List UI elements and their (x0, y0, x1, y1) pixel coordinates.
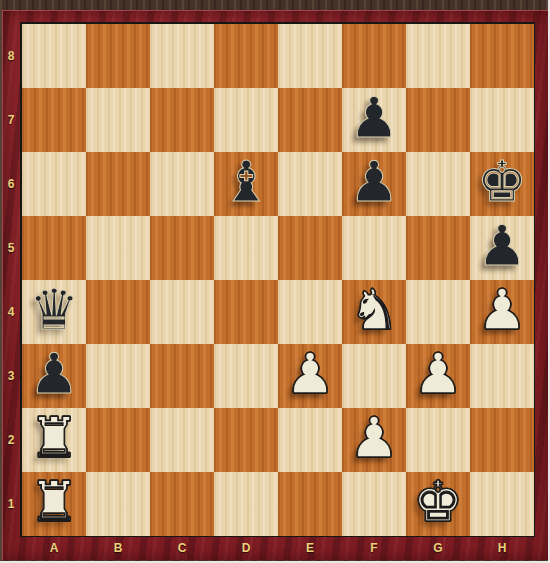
square-c3[interactable] (150, 344, 214, 408)
square-f4[interactable]: ♞ (342, 280, 406, 344)
square-c8[interactable] (150, 24, 214, 88)
square-c2[interactable] (150, 408, 214, 472)
square-g3[interactable]: ♟ (406, 344, 470, 408)
piece-white-pawn[interactable]: ♟ (285, 346, 335, 402)
square-h8[interactable] (470, 24, 534, 88)
piece-white-pawn[interactable]: ♟ (477, 282, 527, 338)
square-h7[interactable] (470, 88, 534, 152)
piece-white-pawn[interactable]: ♟ (413, 346, 463, 402)
square-f3[interactable] (342, 344, 406, 408)
piece-black-pawn[interactable]: ♟ (477, 218, 527, 274)
square-b6[interactable] (86, 152, 150, 216)
square-h1[interactable] (470, 472, 534, 536)
square-b7[interactable] (86, 88, 150, 152)
square-a6[interactable] (22, 152, 86, 216)
square-b4[interactable] (86, 280, 150, 344)
square-e4[interactable] (278, 280, 342, 344)
piece-black-queen[interactable]: ♛ (29, 282, 79, 338)
rank-label-3: 3 (2, 344, 20, 408)
square-g4[interactable] (406, 280, 470, 344)
piece-black-king[interactable]: ♚ (477, 154, 527, 210)
square-h5[interactable]: ♟ (470, 216, 534, 280)
square-a3[interactable]: ♟ (22, 344, 86, 408)
square-b5[interactable] (86, 216, 150, 280)
piece-white-rook[interactable]: ♜ (29, 410, 79, 466)
square-a5[interactable] (22, 216, 86, 280)
file-labels: ABCDEFGH (22, 538, 534, 558)
square-h6[interactable]: ♚ (470, 152, 534, 216)
square-d5[interactable] (214, 216, 278, 280)
chess-board: ♟♝♟♚♟♛♞♟♟♟♟♜♟♜♚ (20, 22, 535, 537)
square-e8[interactable] (278, 24, 342, 88)
piece-black-pawn[interactable]: ♟ (29, 346, 79, 402)
rank-label-1: 1 (2, 472, 20, 536)
square-c4[interactable] (150, 280, 214, 344)
file-label-e: E (278, 538, 342, 558)
piece-white-pawn[interactable]: ♟ (349, 410, 399, 466)
file-label-g: G (406, 538, 470, 558)
square-b2[interactable] (86, 408, 150, 472)
file-label-h: H (470, 538, 534, 558)
square-b3[interactable] (86, 344, 150, 408)
rank-label-5: 5 (2, 216, 20, 280)
square-f2[interactable]: ♟ (342, 408, 406, 472)
piece-white-rook[interactable]: ♜ (29, 474, 79, 530)
file-label-d: D (214, 538, 278, 558)
square-c5[interactable] (150, 216, 214, 280)
piece-white-knight[interactable]: ♞ (349, 282, 399, 338)
square-a7[interactable] (22, 88, 86, 152)
square-g2[interactable] (406, 408, 470, 472)
square-f8[interactable] (342, 24, 406, 88)
rank-labels: 87654321 (2, 24, 20, 536)
rank-label-7: 7 (2, 88, 20, 152)
rank-label-8: 8 (2, 24, 20, 88)
square-a8[interactable] (22, 24, 86, 88)
square-h2[interactable] (470, 408, 534, 472)
piece-black-pawn[interactable]: ♟ (349, 90, 399, 146)
square-g8[interactable] (406, 24, 470, 88)
square-h3[interactable] (470, 344, 534, 408)
square-c6[interactable] (150, 152, 214, 216)
square-b1[interactable] (86, 472, 150, 536)
square-g6[interactable] (406, 152, 470, 216)
square-e6[interactable] (278, 152, 342, 216)
file-label-a: A (22, 538, 86, 558)
square-d2[interactable] (214, 408, 278, 472)
rank-label-6: 6 (2, 152, 20, 216)
square-b8[interactable] (86, 24, 150, 88)
square-f7[interactable]: ♟ (342, 88, 406, 152)
square-d1[interactable] (214, 472, 278, 536)
square-d7[interactable] (214, 88, 278, 152)
square-a2[interactable]: ♜ (22, 408, 86, 472)
square-e3[interactable]: ♟ (278, 344, 342, 408)
square-d3[interactable] (214, 344, 278, 408)
piece-black-bishop[interactable]: ♝ (221, 154, 271, 210)
square-f1[interactable] (342, 472, 406, 536)
square-c1[interactable] (150, 472, 214, 536)
square-d4[interactable] (214, 280, 278, 344)
piece-white-king[interactable]: ♚ (413, 474, 463, 530)
square-f5[interactable] (342, 216, 406, 280)
square-a4[interactable]: ♛ (22, 280, 86, 344)
square-g5[interactable] (406, 216, 470, 280)
square-d8[interactable] (214, 24, 278, 88)
square-g7[interactable] (406, 88, 470, 152)
square-d6[interactable]: ♝ (214, 152, 278, 216)
rank-label-2: 2 (2, 408, 20, 472)
square-c7[interactable] (150, 88, 214, 152)
square-e1[interactable] (278, 472, 342, 536)
square-h4[interactable]: ♟ (470, 280, 534, 344)
square-g1[interactable]: ♚ (406, 472, 470, 536)
piece-black-pawn[interactable]: ♟ (349, 154, 399, 210)
file-label-c: C (150, 538, 214, 558)
square-e7[interactable] (278, 88, 342, 152)
square-e2[interactable] (278, 408, 342, 472)
file-label-b: B (86, 538, 150, 558)
rank-label-4: 4 (2, 280, 20, 344)
square-a1[interactable]: ♜ (22, 472, 86, 536)
square-f6[interactable]: ♟ (342, 152, 406, 216)
square-e5[interactable] (278, 216, 342, 280)
file-label-f: F (342, 538, 406, 558)
